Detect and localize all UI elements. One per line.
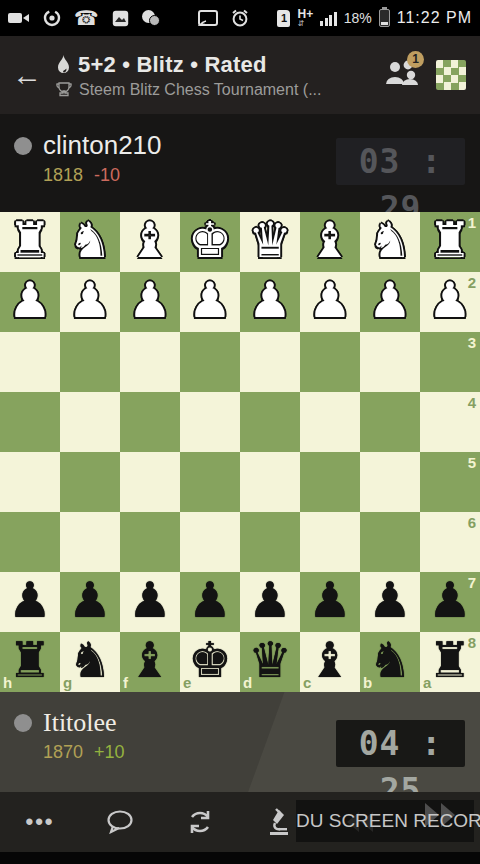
square-a7[interactable]: ♟7 — [420, 572, 480, 632]
player-status-dot — [14, 137, 32, 155]
square-f7[interactable]: ♟ — [120, 572, 180, 632]
player-name-top[interactable]: clinton210 — [43, 130, 162, 161]
piece-black-pawn[interactable]: ♟ — [120, 572, 180, 632]
rating-delta-bottom: +10 — [94, 742, 125, 762]
player-status-dot — [14, 714, 32, 732]
square-b5[interactable] — [360, 452, 420, 512]
camcorder-icon — [8, 11, 30, 25]
square-c4[interactable] — [300, 392, 360, 452]
coord-rank-8: 8 — [468, 634, 476, 651]
clock-bottom: 04 : 25 — [336, 720, 465, 767]
coord-rank-6: 6 — [468, 514, 476, 531]
back-button[interactable]: ← — [12, 58, 56, 92]
rating-delta-top: -10 — [94, 165, 120, 185]
coord-file-e: e — [183, 674, 191, 691]
square-h5[interactable] — [0, 452, 60, 512]
player-rating-bottom: 1870 — [43, 742, 83, 762]
flame-icon — [56, 55, 71, 75]
square-f6[interactable] — [120, 512, 180, 572]
signal-strength-icon — [320, 11, 337, 26]
square-e3[interactable] — [180, 332, 240, 392]
square-b3[interactable] — [360, 332, 420, 392]
piece-black-pawn[interactable]: ♟ — [0, 572, 60, 632]
player-name-bottom[interactable]: Ititolee — [43, 708, 117, 738]
square-d1[interactable]: ♛ — [240, 212, 300, 272]
piece-white-pawn[interactable]: ♟ — [120, 272, 180, 332]
chat-button[interactable] — [80, 792, 160, 852]
square-e4[interactable] — [180, 392, 240, 452]
app-screen: ☎ 1 H+ ⇵ 18% 11:22 PM ← 5+2 • Blitz • Ra… — [0, 0, 480, 864]
piece-white-pawn[interactable]: ♟ — [60, 272, 120, 332]
coord-file-b: b — [363, 674, 372, 691]
coord-file-g: g — [63, 674, 72, 691]
coord-rank-3: 3 — [468, 334, 476, 351]
chat-icon — [106, 810, 134, 834]
square-b7[interactable]: ♟ — [360, 572, 420, 632]
piece-white-rook[interactable]: ♜ — [0, 212, 60, 272]
coord-rank-4: 4 — [468, 394, 476, 411]
square-h6[interactable] — [0, 512, 60, 572]
screen-recorder-watermark: DU SCREEN RECORDER — [296, 800, 474, 842]
square-a8[interactable]: ♜8a — [420, 632, 480, 692]
piece-white-knight[interactable]: ♞ — [60, 212, 120, 272]
square-c8[interactable]: ♝c — [300, 632, 360, 692]
piece-white-pawn[interactable]: ♟ — [300, 272, 360, 332]
sim-icon: 1 — [277, 10, 290, 27]
square-e8[interactable]: ♚e — [180, 632, 240, 692]
square-h8[interactable]: ♜h — [0, 632, 60, 692]
game-action-bar: ••• DU SCREEN RECORDER — [0, 792, 480, 852]
square-e7[interactable]: ♟ — [180, 572, 240, 632]
square-d4[interactable] — [240, 392, 300, 452]
square-g2[interactable]: ♟ — [60, 272, 120, 332]
coord-file-a: a — [423, 674, 431, 691]
square-f5[interactable] — [120, 452, 180, 512]
status-clock: 11:22 PM — [397, 9, 472, 27]
square-g1[interactable]: ♞ — [60, 212, 120, 272]
square-b6[interactable] — [360, 512, 420, 572]
square-d2[interactable]: ♟ — [240, 272, 300, 332]
piece-white-pawn[interactable]: ♟ — [360, 272, 420, 332]
piece-white-pawn[interactable]: ♟ — [180, 272, 240, 332]
square-h4[interactable] — [0, 392, 60, 452]
square-f4[interactable] — [120, 392, 180, 452]
game-mode-title: 5+2 • Blitz • Rated — [78, 52, 267, 78]
square-f3[interactable] — [120, 332, 180, 392]
piece-white-bishop[interactable]: ♝ — [300, 212, 360, 272]
square-e2[interactable]: ♟ — [180, 272, 240, 332]
cast-icon — [198, 10, 218, 26]
piece-black-bishop[interactable]: ♝ — [120, 632, 180, 692]
coord-file-f: f — [123, 674, 128, 691]
square-f1[interactable]: ♝ — [120, 212, 180, 272]
square-c1[interactable]: ♝ — [300, 212, 360, 272]
piece-black-pawn[interactable]: ♟ — [180, 572, 240, 632]
player-panel-bottom: Ititolee 1870 +10 04 : 25 — [0, 692, 480, 792]
coord-file-h: h — [3, 674, 12, 691]
square-c7[interactable]: ♟ — [300, 572, 360, 632]
piece-black-pawn[interactable]: ♟ — [360, 572, 420, 632]
square-g6[interactable] — [60, 512, 120, 572]
square-a2[interactable]: ♟2 — [420, 272, 480, 332]
coord-rank-1: 1 — [468, 214, 476, 231]
square-g3[interactable] — [60, 332, 120, 392]
square-g7[interactable]: ♟ — [60, 572, 120, 632]
square-g8[interactable]: ♞g — [60, 632, 120, 692]
piece-black-pawn[interactable]: ♟ — [60, 572, 120, 632]
game-header: ← 5+2 • Blitz • Rated Steem Blitz Chess … — [0, 36, 480, 114]
piece-white-queen[interactable]: ♛ — [240, 212, 300, 272]
square-h1[interactable]: ♜ — [0, 212, 60, 272]
coord-file-c: c — [303, 674, 311, 691]
square-a5[interactable]: 5 — [420, 452, 480, 512]
screen-record-icon — [43, 9, 61, 27]
piece-white-pawn[interactable]: ♟ — [0, 272, 60, 332]
battery-percent: 18% — [344, 10, 372, 26]
spectators-button[interactable]: 1 — [384, 58, 420, 92]
square-g4[interactable] — [60, 392, 120, 452]
square-c6[interactable] — [300, 512, 360, 572]
coord-rank-7: 7 — [468, 574, 476, 591]
square-d7[interactable]: ♟ — [240, 572, 300, 632]
network-type-indicator: H+ ⇵ — [297, 8, 313, 28]
spectators-count-badge: 1 — [407, 51, 424, 68]
clock-top: 03 : 29 — [336, 138, 465, 185]
square-a6[interactable]: 6 — [420, 512, 480, 572]
tournament-name[interactable]: Steem Blitz Chess Tournament (... — [79, 81, 321, 99]
analysis-microscope-icon — [267, 808, 293, 836]
square-d3[interactable] — [240, 332, 300, 392]
coord-rank-2: 2 — [468, 274, 476, 291]
square-h2[interactable]: ♟ — [0, 272, 60, 332]
data-coins-icon — [142, 10, 160, 26]
square-d5[interactable] — [240, 452, 300, 512]
square-a3[interactable]: 3 — [420, 332, 480, 392]
piece-white-knight[interactable]: ♞ — [360, 212, 420, 272]
battery-icon — [379, 9, 390, 27]
nav-strip — [0, 852, 480, 864]
piece-white-bishop[interactable]: ♝ — [120, 212, 180, 272]
piece-white-king[interactable]: ♚ — [180, 212, 240, 272]
square-b8[interactable]: ♞b — [360, 632, 420, 692]
chess-board[interactable]: ♜♞♝♚♛♝♞♜1♟♟♟♟♟♟♟♟23456♟♟♟♟♟♟♟♟7♜h♞g♝f♚e♛… — [0, 212, 480, 692]
square-f2[interactable]: ♟ — [120, 272, 180, 332]
menu-button[interactable]: ••• — [0, 792, 80, 852]
square-b2[interactable]: ♟ — [360, 272, 420, 332]
square-c2[interactable]: ♟ — [300, 272, 360, 332]
trophy-icon — [56, 82, 72, 97]
flip-board-icon — [187, 809, 213, 835]
phone-icon: ☎ — [74, 8, 99, 28]
square-e6[interactable] — [180, 512, 240, 572]
board-theme-icon[interactable] — [436, 60, 466, 90]
square-a1[interactable]: ♜1 — [420, 212, 480, 272]
square-h7[interactable]: ♟ — [0, 572, 60, 632]
square-c3[interactable] — [300, 332, 360, 392]
square-e5[interactable] — [180, 452, 240, 512]
piece-white-pawn[interactable]: ♟ — [240, 272, 300, 332]
coord-file-d: d — [243, 674, 252, 691]
flip-board-button[interactable] — [160, 792, 240, 852]
menu-dots-icon: ••• — [25, 811, 54, 833]
square-b4[interactable] — [360, 392, 420, 452]
gallery-icon — [112, 10, 129, 27]
player-rating-top: 1818 — [43, 165, 83, 185]
coord-rank-5: 5 — [468, 454, 476, 471]
piece-black-pawn[interactable]: ♟ — [300, 572, 360, 632]
player-panel-top: clinton210 1818 -10 03 : 29 — [0, 114, 480, 212]
alarm-icon — [231, 9, 249, 27]
piece-black-pawn[interactable]: ♟ — [240, 572, 300, 632]
square-h3[interactable] — [0, 332, 60, 392]
square-c5[interactable] — [300, 452, 360, 512]
square-a4[interactable]: 4 — [420, 392, 480, 452]
android-status-bar: ☎ 1 H+ ⇵ 18% 11:22 PM — [0, 0, 480, 36]
square-b1[interactable]: ♞ — [360, 212, 420, 272]
square-d6[interactable] — [240, 512, 300, 572]
square-f8[interactable]: ♝f — [120, 632, 180, 692]
square-d8[interactable]: ♛d — [240, 632, 300, 692]
square-e1[interactable]: ♚ — [180, 212, 240, 272]
square-g5[interactable] — [60, 452, 120, 512]
